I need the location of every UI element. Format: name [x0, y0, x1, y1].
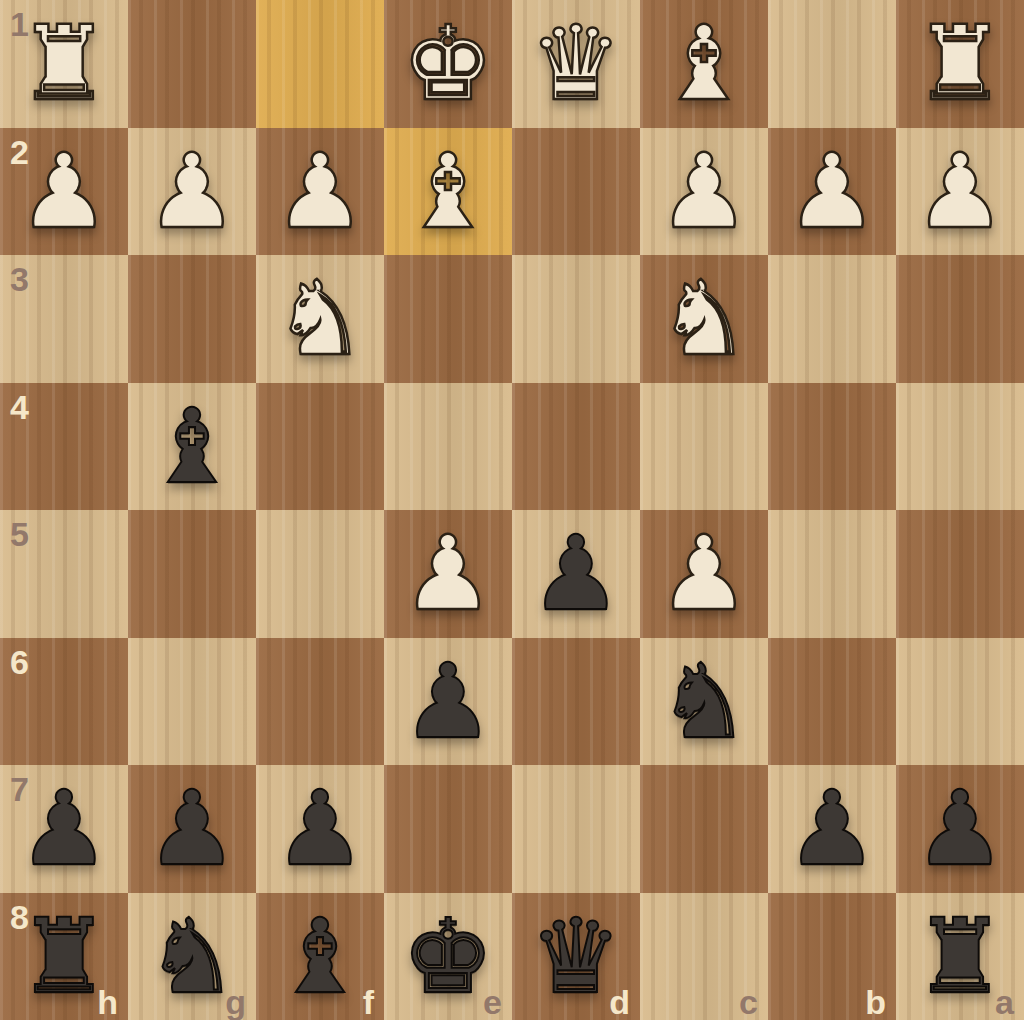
square-f7[interactable]: ♟︎ [256, 765, 384, 893]
square-a2[interactable]: ♟︎ [896, 128, 1024, 256]
square-g4[interactable]: ♝︎ [128, 383, 256, 511]
square-f6[interactable] [256, 638, 384, 766]
square-f3[interactable]: ♞︎ [256, 255, 384, 383]
square-b3[interactable] [768, 255, 896, 383]
rank-label-2: 2 [10, 133, 29, 172]
black-bishop[interactable]: ♝︎ [146, 395, 238, 498]
square-b8[interactable]: b [768, 893, 896, 1020]
square-f1[interactable] [256, 0, 384, 128]
square-d3[interactable] [512, 255, 640, 383]
white-rook[interactable]: ♜︎ [914, 12, 1006, 115]
white-knight[interactable]: ♞︎ [274, 267, 366, 370]
white-pawn[interactable]: ♟︎ [914, 140, 1006, 243]
square-c5[interactable]: ♟︎ [640, 510, 768, 638]
chess-board: 1♜︎♚︎♛︎♝︎♜︎2♟︎♟︎♟︎♝︎♟︎♟︎♟︎3♞︎♞︎4♝︎5♟︎♟︎♟… [0, 0, 1024, 1020]
square-g8[interactable]: g♞︎ [128, 893, 256, 1020]
square-h8[interactable]: 8h♜︎ [0, 893, 128, 1020]
square-d4[interactable] [512, 383, 640, 511]
square-c3[interactable]: ♞︎ [640, 255, 768, 383]
square-f2[interactable]: ♟︎ [256, 128, 384, 256]
white-bishop[interactable]: ♝︎ [658, 12, 750, 115]
square-e7[interactable] [384, 765, 512, 893]
white-pawn[interactable]: ♟︎ [658, 522, 750, 625]
square-h5[interactable]: 5 [0, 510, 128, 638]
square-a1[interactable]: ♜︎ [896, 0, 1024, 128]
square-d5[interactable]: ♟︎ [512, 510, 640, 638]
square-e5[interactable]: ♟︎ [384, 510, 512, 638]
square-g7[interactable]: ♟︎ [128, 765, 256, 893]
square-a8[interactable]: a♜︎ [896, 893, 1024, 1020]
square-a5[interactable] [896, 510, 1024, 638]
file-label-a: a [995, 983, 1014, 1020]
black-pawn[interactable]: ♟︎ [18, 777, 110, 880]
white-pawn[interactable]: ♟︎ [786, 140, 878, 243]
square-g1[interactable] [128, 0, 256, 128]
white-pawn[interactable]: ♟︎ [274, 140, 366, 243]
file-label-d: d [609, 983, 630, 1020]
file-label-b: b [865, 983, 886, 1020]
square-b4[interactable] [768, 383, 896, 511]
square-b1[interactable] [768, 0, 896, 128]
square-h3[interactable]: 3 [0, 255, 128, 383]
square-h1[interactable]: 1♜︎ [0, 0, 128, 128]
black-pawn[interactable]: ♟︎ [402, 650, 494, 753]
square-d6[interactable] [512, 638, 640, 766]
white-pawn[interactable]: ♟︎ [658, 140, 750, 243]
square-c4[interactable] [640, 383, 768, 511]
file-label-h: h [97, 983, 118, 1020]
rank-label-5: 5 [10, 515, 29, 554]
square-e4[interactable] [384, 383, 512, 511]
square-h6[interactable]: 6 [0, 638, 128, 766]
square-c2[interactable]: ♟︎ [640, 128, 768, 256]
white-pawn[interactable]: ♟︎ [18, 140, 110, 243]
white-pawn[interactable]: ♟︎ [402, 522, 494, 625]
square-d7[interactable] [512, 765, 640, 893]
rank-label-3: 3 [10, 260, 29, 299]
square-e6[interactable]: ♟︎ [384, 638, 512, 766]
white-queen[interactable]: ♛︎ [530, 12, 622, 115]
black-king[interactable]: ♚︎ [402, 905, 494, 1008]
square-a6[interactable] [896, 638, 1024, 766]
square-e8[interactable]: e♚︎ [384, 893, 512, 1020]
file-label-g: g [225, 983, 246, 1020]
black-rook[interactable]: ♜︎ [914, 905, 1006, 1008]
square-d1[interactable]: ♛︎ [512, 0, 640, 128]
square-d2[interactable] [512, 128, 640, 256]
square-c8[interactable]: c [640, 893, 768, 1020]
black-pawn[interactable]: ♟︎ [530, 522, 622, 625]
white-pawn[interactable]: ♟︎ [146, 140, 238, 243]
rank-label-8: 8 [10, 898, 29, 937]
white-bishop[interactable]: ♝︎ [402, 140, 494, 243]
black-pawn[interactable]: ♟︎ [914, 777, 1006, 880]
square-c7[interactable] [640, 765, 768, 893]
square-g3[interactable] [128, 255, 256, 383]
square-f8[interactable]: f♝︎ [256, 893, 384, 1020]
file-label-c: c [739, 983, 758, 1020]
square-a7[interactable]: ♟︎ [896, 765, 1024, 893]
square-b7[interactable]: ♟︎ [768, 765, 896, 893]
square-c1[interactable]: ♝︎ [640, 0, 768, 128]
square-a3[interactable] [896, 255, 1024, 383]
black-pawn[interactable]: ♟︎ [786, 777, 878, 880]
file-label-e: e [483, 983, 502, 1020]
square-c6[interactable]: ♞︎ [640, 638, 768, 766]
square-e1[interactable]: ♚︎ [384, 0, 512, 128]
square-b6[interactable] [768, 638, 896, 766]
square-b5[interactable] [768, 510, 896, 638]
white-rook[interactable]: ♜︎ [18, 12, 110, 115]
square-e3[interactable] [384, 255, 512, 383]
rank-label-4: 4 [10, 388, 29, 427]
square-h7[interactable]: 7♟︎ [0, 765, 128, 893]
black-pawn[interactable]: ♟︎ [274, 777, 366, 880]
file-label-f: f [363, 983, 374, 1020]
rank-label-6: 6 [10, 643, 29, 682]
black-knight[interactable]: ♞︎ [658, 650, 750, 753]
black-pawn[interactable]: ♟︎ [146, 777, 238, 880]
rank-label-1: 1 [10, 5, 29, 44]
white-knight[interactable]: ♞︎ [658, 267, 750, 370]
square-g5[interactable] [128, 510, 256, 638]
black-bishop[interactable]: ♝︎ [274, 905, 366, 1008]
rank-label-7: 7 [10, 770, 29, 809]
square-d8[interactable]: d♛︎ [512, 893, 640, 1020]
square-a4[interactable] [896, 383, 1024, 511]
square-f4[interactable] [256, 383, 384, 511]
square-h2[interactable]: 2♟︎ [0, 128, 128, 256]
square-h4[interactable]: 4 [0, 383, 128, 511]
square-b2[interactable]: ♟︎ [768, 128, 896, 256]
square-g6[interactable] [128, 638, 256, 766]
square-f5[interactable] [256, 510, 384, 638]
white-king[interactable]: ♚︎ [402, 12, 494, 115]
square-e2[interactable]: ♝︎ [384, 128, 512, 256]
square-g2[interactable]: ♟︎ [128, 128, 256, 256]
